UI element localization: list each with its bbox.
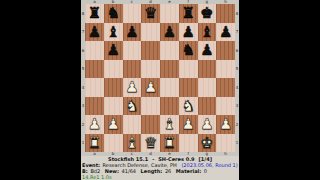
square-d7[interactable] xyxy=(141,23,160,42)
square-f8[interactable]: ♜ xyxy=(179,4,198,23)
square-g6[interactable]: ♟ xyxy=(198,41,217,60)
square-d5[interactable] xyxy=(141,60,160,79)
piece-white-king: ♚ xyxy=(198,134,217,153)
square-h6[interactable] xyxy=(216,41,235,60)
piece-white-pawn: ♟ xyxy=(141,78,160,97)
piece-black-queen: ♛ xyxy=(141,4,160,23)
square-f2[interactable]: ♟ xyxy=(179,115,198,134)
piece-black-knight: ♞ xyxy=(179,41,198,60)
square-e6[interactable] xyxy=(160,41,179,60)
square-c6[interactable] xyxy=(123,41,142,60)
piece-white-bishop: ♝ xyxy=(123,134,142,153)
square-a3[interactable] xyxy=(85,97,104,116)
square-c4[interactable]: ♟ xyxy=(123,78,142,97)
square-h5[interactable] xyxy=(216,60,235,79)
pillarbox-left xyxy=(0,0,81,180)
square-c1[interactable]: ♝ xyxy=(123,134,142,153)
piece-white-pawn: ♟ xyxy=(85,115,104,134)
square-g4[interactable] xyxy=(198,78,217,97)
square-h1[interactable] xyxy=(216,134,235,153)
square-a5[interactable] xyxy=(85,60,104,79)
stat-value: 0 xyxy=(204,168,207,174)
chess-board: ♜♞♛♜♚♟♝♟♟♟♝♟♟♞♟♟♟♞♞♟♟♝♟♟♟♜♝♛♜♚ xyxy=(85,4,235,152)
square-c3[interactable]: ♞ xyxy=(123,97,142,116)
piece-black-pawn: ♟ xyxy=(104,41,123,60)
square-g2[interactable]: ♟ xyxy=(198,115,217,134)
square-g8[interactable]: ♚ xyxy=(198,4,217,23)
square-d1[interactable]: ♛ xyxy=(141,134,160,153)
piece-black-king: ♚ xyxy=(198,4,217,23)
square-b3[interactable] xyxy=(104,97,123,116)
piece-white-knight: ♞ xyxy=(179,97,198,116)
piece-white-rook: ♜ xyxy=(85,134,104,153)
square-h8[interactable] xyxy=(216,4,235,23)
game-caption: Stockfish 15.1-SH-Ceres 0.9[1/4] Event: … xyxy=(81,156,239,180)
square-f3[interactable]: ♞ xyxy=(179,97,198,116)
square-h3[interactable] xyxy=(216,97,235,116)
square-g3[interactable] xyxy=(198,97,217,116)
square-e1[interactable]: ♜ xyxy=(160,134,179,153)
square-b1[interactable] xyxy=(104,134,123,153)
piece-white-pawn: ♟ xyxy=(123,78,142,97)
square-c2[interactable] xyxy=(123,115,142,134)
square-a8[interactable]: ♜ xyxy=(85,4,104,23)
square-g7[interactable]: ♝ xyxy=(198,23,217,42)
square-e4[interactable] xyxy=(160,78,179,97)
piece-white-queen: ♛ xyxy=(141,134,160,153)
square-h7[interactable]: ♟ xyxy=(216,23,235,42)
square-b5[interactable] xyxy=(104,60,123,79)
square-a2[interactable]: ♟ xyxy=(85,115,104,134)
square-f1[interactable] xyxy=(179,134,198,153)
piece-white-bishop: ♝ xyxy=(160,115,179,134)
square-d6[interactable] xyxy=(141,41,160,60)
board-area: abcdefgh 87654321 ♜♞♛♜♚♟♝♟♟♟♝♟♟♞♟♟♟♞♞♟♟♝… xyxy=(81,0,239,156)
square-f5[interactable] xyxy=(179,60,198,79)
square-h2[interactable]: ♟ xyxy=(216,115,235,134)
piece-black-pawn: ♟ xyxy=(216,23,235,42)
square-f7[interactable]: ♟ xyxy=(179,23,198,42)
piece-white-knight: ♞ xyxy=(123,97,142,116)
piece-white-pawn: ♟ xyxy=(198,115,217,134)
square-e2[interactable]: ♝ xyxy=(160,115,179,134)
square-a4[interactable] xyxy=(85,78,104,97)
piece-white-rook: ♜ xyxy=(160,134,179,153)
square-b8[interactable]: ♞ xyxy=(104,4,123,23)
engine-move-line: 14.Re1 1.0s xyxy=(81,174,239,180)
square-d3[interactable] xyxy=(141,97,160,116)
stat-label: Material: xyxy=(176,168,201,174)
square-c5[interactable] xyxy=(123,60,142,79)
square-g1[interactable]: ♚ xyxy=(198,134,217,153)
square-d2[interactable] xyxy=(141,115,160,134)
piece-white-pawn: ♟ xyxy=(179,115,198,134)
stat-label: Length: xyxy=(141,168,163,174)
square-e7[interactable]: ♟ xyxy=(160,23,179,42)
square-e5[interactable] xyxy=(160,60,179,79)
stat-value: 26 xyxy=(165,168,171,174)
square-e8[interactable] xyxy=(160,4,179,23)
square-h4[interactable] xyxy=(216,78,235,97)
stat-value: 41/64 xyxy=(122,168,136,174)
piece-black-bishop: ♝ xyxy=(198,23,217,42)
square-a6[interactable] xyxy=(85,41,104,60)
piece-white-pawn: ♟ xyxy=(104,115,123,134)
square-b6[interactable]: ♟ xyxy=(104,41,123,60)
game-panel: abcdefgh 87654321 ♜♞♛♜♚♟♝♟♟♟♝♟♟♞♟♟♟♞♞♟♟♝… xyxy=(81,0,239,180)
piece-white-pawn: ♟ xyxy=(216,115,235,134)
square-b4[interactable] xyxy=(104,78,123,97)
square-c8[interactable] xyxy=(123,4,142,23)
square-b2[interactable]: ♟ xyxy=(104,115,123,134)
square-e3[interactable] xyxy=(160,97,179,116)
piece-black-knight: ♞ xyxy=(104,4,123,23)
video-frame: abcdefgh 87654321 ♜♞♛♜♚♟♝♟♟♟♝♟♟♞♟♟♟♞♞♟♟♝… xyxy=(0,0,320,180)
square-b7[interactable]: ♝ xyxy=(104,23,123,42)
piece-black-pawn: ♟ xyxy=(123,23,142,42)
piece-black-rook: ♜ xyxy=(179,4,198,23)
pillarbox-right xyxy=(239,0,320,180)
piece-black-bishop: ♝ xyxy=(104,23,123,42)
piece-black-rook: ♜ xyxy=(85,4,104,23)
square-d4[interactable]: ♟ xyxy=(141,78,160,97)
square-d8[interactable]: ♛ xyxy=(141,4,160,23)
square-f4[interactable] xyxy=(179,78,198,97)
piece-black-pawn: ♟ xyxy=(179,23,198,42)
square-g5[interactable] xyxy=(198,60,217,79)
square-c7[interactable]: ♟ xyxy=(123,23,142,42)
square-a7[interactable]: ♟ xyxy=(85,23,104,42)
piece-black-pawn: ♟ xyxy=(85,23,104,42)
square-a1[interactable]: ♜ xyxy=(85,134,104,153)
piece-black-pawn: ♟ xyxy=(198,41,217,60)
square-f6[interactable]: ♞ xyxy=(179,41,198,60)
piece-black-pawn: ♟ xyxy=(160,23,179,42)
